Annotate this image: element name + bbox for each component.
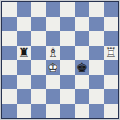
square-e6[interactable] <box>60 31 75 46</box>
square-f1[interactable] <box>75 104 90 119</box>
square-c1[interactable] <box>31 104 46 119</box>
square-g8[interactable] <box>89 2 104 17</box>
square-a4[interactable] <box>2 60 17 75</box>
square-a6[interactable] <box>2 31 17 46</box>
square-h1[interactable] <box>104 104 119 119</box>
square-h4[interactable] <box>104 60 119 75</box>
square-a7[interactable] <box>2 17 17 32</box>
square-a2[interactable] <box>2 89 17 104</box>
square-a3[interactable] <box>2 75 17 90</box>
white-bishop-outline: ♗ <box>47 46 59 61</box>
white-rook-outline: ♖ <box>105 46 117 61</box>
square-h5[interactable]: ♜♖ <box>104 46 119 61</box>
square-h3[interactable] <box>104 75 119 90</box>
black-rook[interactable]: ♜ <box>18 46 30 59</box>
square-b6[interactable] <box>17 31 32 46</box>
square-h6[interactable] <box>104 31 119 46</box>
square-f5[interactable] <box>75 46 90 61</box>
square-g1[interactable] <box>89 104 104 119</box>
square-c5[interactable] <box>31 46 46 61</box>
square-a5[interactable] <box>2 46 17 61</box>
square-e1[interactable] <box>60 104 75 119</box>
square-a8[interactable] <box>2 2 17 17</box>
square-e7[interactable] <box>60 17 75 32</box>
white-bishop[interactable]: ♝♗ <box>47 46 59 59</box>
square-d6[interactable] <box>46 31 61 46</box>
white-king-outline: ♔ <box>47 60 59 75</box>
square-g6[interactable] <box>89 31 104 46</box>
square-e2[interactable] <box>60 89 75 104</box>
chess-board: ♜♝♗♜♖♚♔♚ <box>2 2 118 118</box>
white-king[interactable]: ♚♔ <box>47 61 59 74</box>
square-g7[interactable] <box>89 17 104 32</box>
square-c3[interactable] <box>31 75 46 90</box>
square-c7[interactable] <box>31 17 46 32</box>
square-f7[interactable] <box>75 17 90 32</box>
square-f4[interactable]: ♚ <box>75 60 90 75</box>
square-b8[interactable] <box>17 2 32 17</box>
square-f3[interactable] <box>75 75 90 90</box>
square-e4[interactable] <box>60 60 75 75</box>
square-b5[interactable]: ♜ <box>17 46 32 61</box>
square-d2[interactable] <box>46 89 61 104</box>
square-b1[interactable] <box>17 104 32 119</box>
square-c4[interactable] <box>31 60 46 75</box>
square-g4[interactable] <box>89 60 104 75</box>
square-b4[interactable] <box>17 60 32 75</box>
square-e5[interactable] <box>60 46 75 61</box>
square-e3[interactable] <box>60 75 75 90</box>
square-b3[interactable] <box>17 75 32 90</box>
square-b2[interactable] <box>17 89 32 104</box>
square-c2[interactable] <box>31 89 46 104</box>
square-c8[interactable] <box>31 2 46 17</box>
square-a1[interactable] <box>2 104 17 119</box>
square-h7[interactable] <box>104 17 119 32</box>
square-f8[interactable] <box>75 2 90 17</box>
square-d8[interactable] <box>46 2 61 17</box>
square-e8[interactable] <box>60 2 75 17</box>
square-b7[interactable] <box>17 17 32 32</box>
square-d1[interactable] <box>46 104 61 119</box>
white-rook[interactable]: ♜♖ <box>105 46 117 59</box>
square-d4[interactable]: ♚♔ <box>46 60 61 75</box>
black-king[interactable]: ♚ <box>76 61 88 74</box>
square-d5[interactable]: ♝♗ <box>46 46 61 61</box>
black-king-glyph: ♚ <box>76 60 88 75</box>
square-c6[interactable] <box>31 31 46 46</box>
square-d3[interactable] <box>46 75 61 90</box>
square-g5[interactable] <box>89 46 104 61</box>
square-g2[interactable] <box>89 89 104 104</box>
square-h2[interactable] <box>104 89 119 104</box>
chess-board-frame: ♜♝♗♜♖♚♔♚ <box>0 0 120 120</box>
square-d7[interactable] <box>46 17 61 32</box>
square-f6[interactable] <box>75 31 90 46</box>
black-rook-glyph: ♜ <box>18 46 30 61</box>
square-h8[interactable] <box>104 2 119 17</box>
square-g3[interactable] <box>89 75 104 90</box>
square-f2[interactable] <box>75 89 90 104</box>
